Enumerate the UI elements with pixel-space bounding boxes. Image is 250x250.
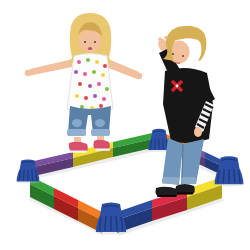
boy-right-sole xyxy=(177,193,193,195)
boy-left-sole xyxy=(157,195,176,197)
polka-dot xyxy=(78,82,82,86)
boy-lower-hand xyxy=(194,127,202,137)
balance-beam-scene xyxy=(0,0,250,250)
polka-dot xyxy=(77,60,81,64)
girl-right-sole xyxy=(95,149,110,151)
boy-right-eye xyxy=(182,55,184,57)
boy-left-eye xyxy=(172,53,174,55)
product-photo xyxy=(0,0,250,250)
girl-left-sole xyxy=(70,151,87,153)
polka-dot xyxy=(84,96,88,100)
polka-dot xyxy=(88,84,92,88)
polka-dot xyxy=(83,72,87,76)
boy-shirt-motif-center xyxy=(176,85,179,88)
girl-right-eye xyxy=(94,41,96,43)
polka-dot xyxy=(97,82,101,86)
polka-dot xyxy=(102,97,106,101)
girl-left-hand xyxy=(25,70,31,76)
polka-dot xyxy=(101,73,105,77)
polka-dot xyxy=(103,64,107,68)
girl-left-cuff xyxy=(67,129,86,136)
boy-right-cuff xyxy=(181,177,196,184)
girl-mouth xyxy=(88,47,92,50)
girl-left-knee-patch xyxy=(72,119,82,127)
polka-dot xyxy=(93,94,97,98)
polka-dot xyxy=(99,104,103,108)
polka-dot xyxy=(75,94,79,98)
boy-finger xyxy=(158,37,162,41)
polka-dot xyxy=(74,70,78,74)
polka-dot xyxy=(105,87,109,91)
girl-polka-dot-top xyxy=(67,54,113,113)
boy-left-cuff xyxy=(162,177,179,184)
girl-right-knee-patch xyxy=(95,119,105,127)
polka-dot xyxy=(95,60,99,64)
girl-left-shoe xyxy=(69,142,88,152)
polka-dot xyxy=(92,70,96,74)
polka-dot xyxy=(86,58,90,62)
girl-right-cuff xyxy=(91,129,110,136)
girl-left-eye xyxy=(84,41,86,43)
girl-right-hand xyxy=(136,73,142,79)
